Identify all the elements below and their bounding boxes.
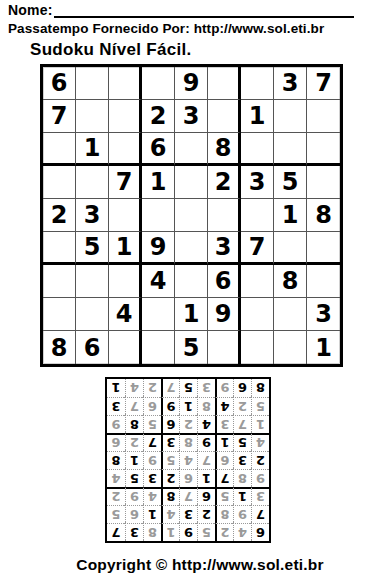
solution-cell-r7c8: 8 [125, 415, 143, 433]
solution-cell-r7c9: 9 [107, 415, 125, 433]
cell-r1c3 [109, 67, 142, 100]
cell-r5c3 [109, 199, 142, 232]
cell-r6c5 [175, 232, 208, 265]
solution-cell-r8c8: 7 [125, 397, 143, 415]
cell-r2c4: 2 [142, 100, 175, 133]
cell-r3c7 [241, 133, 274, 166]
cell-r9c7 [241, 331, 274, 364]
solution-cell-r7c7: 5 [143, 415, 161, 433]
solution-cell-r8c6: 9 [161, 397, 179, 415]
name-underline [54, 3, 354, 18]
solution-cell-r8c9: 3 [107, 397, 125, 415]
solution-cell-r4c9: 4 [107, 469, 125, 487]
cell-r7c8: 8 [274, 265, 307, 298]
cell-r9c1: 8 [43, 331, 76, 364]
solution-cell-r4c2: 8 [233, 469, 251, 487]
solution-cell-r6c7: 7 [143, 433, 161, 451]
solution-cell-r2c8: 6 [125, 505, 143, 523]
cell-r7c6: 6 [208, 265, 241, 298]
cell-r8c3: 4 [109, 298, 142, 331]
solution-cell-r1c7: 8 [143, 523, 161, 541]
cell-r9c3 [109, 331, 142, 364]
cell-r4c3: 7 [109, 166, 142, 199]
cell-r1c6 [208, 67, 241, 100]
cell-r5c1: 2 [43, 199, 76, 232]
cell-r2c3 [109, 100, 142, 133]
cell-r1c9: 7 [307, 67, 340, 100]
solution-cell-r6c8: 2 [125, 433, 143, 451]
cell-r5c7 [241, 199, 274, 232]
solution-cell-r2c7: 1 [143, 505, 161, 523]
solution-cell-r1c2: 4 [233, 523, 251, 541]
solution-cell-r2c6: 4 [161, 505, 179, 523]
solution-cell-r6c5: 8 [179, 433, 197, 451]
solution-cell-r7c3: 3 [215, 415, 233, 433]
solution-cell-r8c5: 1 [179, 397, 197, 415]
cell-r8c1 [43, 298, 76, 331]
solution-cell-r3c8: 9 [125, 487, 143, 505]
solution-cell-r5c4: 7 [197, 451, 215, 469]
cell-r2c7: 1 [241, 100, 274, 133]
solution-cell-r8c7: 6 [143, 397, 161, 415]
copyright-text: Copyright © http://www.sol.eti.br [20, 556, 380, 574]
solution-cell-r3c5: 7 [179, 487, 197, 505]
cell-r7c7 [241, 265, 274, 298]
cell-r9c5: 5 [175, 331, 208, 364]
cell-r4c2 [76, 166, 109, 199]
cell-r5c5 [175, 199, 208, 232]
cell-r6c1 [43, 232, 76, 265]
cell-r2c8 [274, 100, 307, 133]
cell-r4c4: 1 [142, 166, 175, 199]
solution-cell-r1c6: 1 [161, 523, 179, 541]
solution-cell-r2c3: 8 [215, 505, 233, 523]
puzzle-grid: 693772311687123523185193746841938651 [40, 64, 343, 367]
cell-r3c9 [307, 133, 340, 166]
cell-r6c4: 9 [142, 232, 175, 265]
cell-r6c3: 1 [109, 232, 142, 265]
solution-cell-r3c6: 8 [161, 487, 179, 505]
cell-r2c2 [76, 100, 109, 133]
cell-r8c5: 1 [175, 298, 208, 331]
solution-cell-r3c4: 6 [197, 487, 215, 505]
cell-r4c8: 5 [274, 166, 307, 199]
cell-r2c1: 7 [43, 100, 76, 133]
cell-r7c5 [175, 265, 208, 298]
cell-r8c9: 3 [307, 298, 340, 331]
cell-r2c9 [307, 100, 340, 133]
cell-r2c5: 3 [175, 100, 208, 133]
solution-cell-r3c9: 2 [107, 487, 125, 505]
solution-cell-r2c4: 2 [197, 505, 215, 523]
solution-cell-r9c9: 1 [107, 379, 125, 397]
solution-cell-r1c3: 2 [215, 523, 233, 541]
solution-cell-r8c3: 4 [215, 397, 233, 415]
solution-cell-r7c4: 4 [197, 415, 215, 433]
solution-cell-r3c1: 3 [251, 487, 269, 505]
solution-cell-r7c2: 7 [233, 415, 251, 433]
name-row: Nome: [8, 2, 354, 18]
cell-r5c4 [142, 199, 175, 232]
cell-r6c6: 3 [208, 232, 241, 265]
solution-cell-r8c2: 2 [233, 397, 251, 415]
solution-cell-r2c1: 7 [251, 505, 269, 523]
name-label: Nome: [8, 2, 53, 18]
solution-cell-r4c4: 1 [197, 469, 215, 487]
solution-cell-r4c7: 3 [143, 469, 161, 487]
solution-cell-r9c2: 6 [233, 379, 251, 397]
solution-cell-r9c5: 5 [179, 379, 197, 397]
solution-cell-r9c4: 3 [197, 379, 215, 397]
solution-cell-r4c3: 7 [215, 469, 233, 487]
cell-r3c4: 6 [142, 133, 175, 166]
cell-r9c9: 1 [307, 331, 340, 364]
cell-r1c4 [142, 67, 175, 100]
cell-r1c8: 3 [274, 67, 307, 100]
cell-r1c2 [76, 67, 109, 100]
solution-grid: 6425918377982341653156784929871623542367… [105, 377, 271, 543]
solution-cell-r9c1: 8 [251, 379, 269, 397]
solution-cell-r5c5: 4 [179, 451, 197, 469]
solution-cell-r4c1: 9 [251, 469, 269, 487]
cell-r1c5: 9 [175, 67, 208, 100]
solution-cell-r9c8: 4 [125, 379, 143, 397]
solution-cell-r1c9: 7 [107, 523, 125, 541]
cell-r7c2 [76, 265, 109, 298]
sudoku-printable-page: Nome: Passatempo Fornecido Por: http://w… [0, 0, 380, 585]
cell-r8c2 [76, 298, 109, 331]
solution-cell-r5c7: 9 [143, 451, 161, 469]
cell-r3c6: 8 [208, 133, 241, 166]
cell-r4c6: 2 [208, 166, 241, 199]
solution-cell-r6c3: 1 [215, 433, 233, 451]
cell-r8c4 [142, 298, 175, 331]
cell-r9c4 [142, 331, 175, 364]
solution-cell-r5c6: 5 [161, 451, 179, 469]
cell-r8c8 [274, 298, 307, 331]
solution-cell-r3c2: 1 [233, 487, 251, 505]
cell-r5c2: 3 [76, 199, 109, 232]
solution-cell-r6c4: 9 [197, 433, 215, 451]
solution-cell-r6c1: 4 [251, 433, 269, 451]
cell-r4c9 [307, 166, 340, 199]
cell-r1c1: 6 [43, 67, 76, 100]
solution-cell-r2c9: 5 [107, 505, 125, 523]
solution-cell-r7c5: 2 [179, 415, 197, 433]
solution-cell-r6c6: 3 [161, 433, 179, 451]
solution-cell-r3c3: 5 [215, 487, 233, 505]
cell-r2c6 [208, 100, 241, 133]
cell-r3c2: 1 [76, 133, 109, 166]
solution-cell-r6c9: 6 [107, 433, 125, 451]
cell-r1c7 [241, 67, 274, 100]
solution-cell-r8c1: 5 [251, 397, 269, 415]
cell-r6c9 [307, 232, 340, 265]
cell-r9c6 [208, 331, 241, 364]
solution-cell-r2c2: 9 [233, 505, 251, 523]
cell-r6c2: 5 [76, 232, 109, 265]
cell-r5c6 [208, 199, 241, 232]
solution-cell-r5c1: 2 [251, 451, 269, 469]
cell-r3c1 [43, 133, 76, 166]
solution-cell-r1c5: 9 [179, 523, 197, 541]
provider-line: Passatempo Fornecido Por: http://www.sol… [8, 21, 324, 36]
solution-cell-r6c2: 5 [233, 433, 251, 451]
solution-cell-r1c1: 6 [251, 523, 269, 541]
solution-cell-r8c4: 8 [197, 397, 215, 415]
solution-cell-r9c7: 2 [143, 379, 161, 397]
cell-r7c3 [109, 265, 142, 298]
solution-cell-r3c7: 4 [143, 487, 161, 505]
solution-cell-r4c6: 2 [161, 469, 179, 487]
cell-r6c7: 7 [241, 232, 274, 265]
cell-r5c9: 8 [307, 199, 340, 232]
solution-cell-r5c2: 3 [233, 451, 251, 469]
cell-r3c3 [109, 133, 142, 166]
solution-cell-r4c5: 6 [179, 469, 197, 487]
cell-r4c1 [43, 166, 76, 199]
cell-r7c1 [43, 265, 76, 298]
cell-r8c6: 9 [208, 298, 241, 331]
cell-r3c8 [274, 133, 307, 166]
cell-r7c4: 4 [142, 265, 175, 298]
solution-cell-r5c8: 1 [125, 451, 143, 469]
solution-cell-r5c9: 8 [107, 451, 125, 469]
solution-cell-r7c1: 1 [251, 415, 269, 433]
cell-r5c8: 1 [274, 199, 307, 232]
cell-r7c9 [307, 265, 340, 298]
cell-r3c5 [175, 133, 208, 166]
cell-r6c8 [274, 232, 307, 265]
cell-r9c2: 6 [76, 331, 109, 364]
cell-r9c8 [274, 331, 307, 364]
solution-cell-r2c5: 3 [179, 505, 197, 523]
page-title: Sudoku Nível Fácil. [30, 40, 192, 60]
solution-cell-r5c3: 6 [215, 451, 233, 469]
solution-cell-r4c8: 5 [125, 469, 143, 487]
solution-cell-r9c3: 9 [215, 379, 233, 397]
cell-r4c5 [175, 166, 208, 199]
solution-cell-r1c4: 5 [197, 523, 215, 541]
cell-r8c7 [241, 298, 274, 331]
solution-cell-r9c6: 7 [161, 379, 179, 397]
solution-cell-r7c6: 6 [161, 415, 179, 433]
solution-cell-r1c8: 3 [125, 523, 143, 541]
cell-r4c7: 3 [241, 166, 274, 199]
